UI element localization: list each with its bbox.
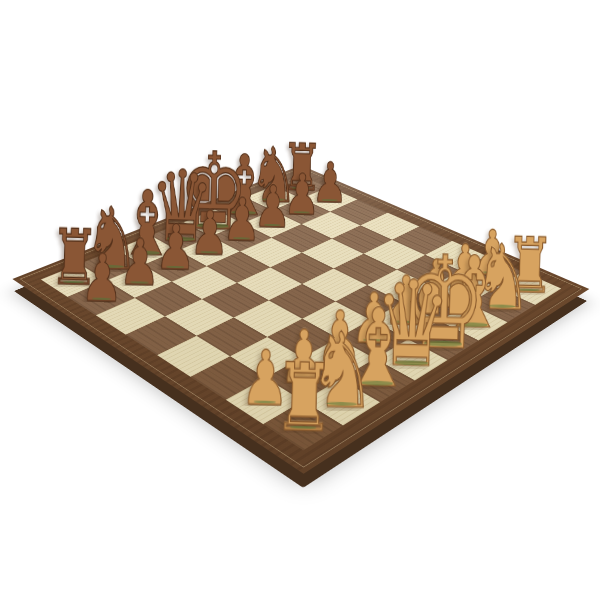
playfield: ♜♟♟♜♞♟♟♞♝♟♟♝♚♟♟♚♛♟♟♛♝♟♟♝♞♟♟♞♜♟♟♜ bbox=[41, 175, 561, 450]
square-b6 bbox=[135, 282, 202, 317]
board-perspective-wrapper: ♜♟♟♜♞♟♟♞♝♟♟♝♚♟♟♚♛♟♟♛♝♟♟♝♞♟♟♞♜♟♟♜ bbox=[12, 165, 589, 474]
chess-set-photo: ♜♟♟♜♞♟♟♞♝♟♟♝♚♟♟♚♛♟♟♛♝♟♟♝♞♟♟♞♜♟♟♜ bbox=[0, 0, 600, 600]
square-b1: ♞ bbox=[303, 379, 380, 425]
black-knight-piece: ♞ bbox=[69, 196, 156, 284]
black-queen-piece: ♛ bbox=[140, 157, 223, 258]
square-b7: ♟ bbox=[106, 265, 171, 298]
chessboard: ♜♟♟♜♞♟♟♞♝♟♟♝♚♟♟♚♛♟♟♛♝♟♟♝♞♟♟♞♜♟♟♜ bbox=[12, 165, 589, 474]
board-lean-wrapper: ♜♟♟♜♞♟♟♞♝♟♟♝♚♟♟♚♛♟♟♛♝♟♟♝♞♟♟♞♜♟♟♜ bbox=[93, 75, 512, 494]
square-g1: ♞ bbox=[469, 287, 535, 322]
